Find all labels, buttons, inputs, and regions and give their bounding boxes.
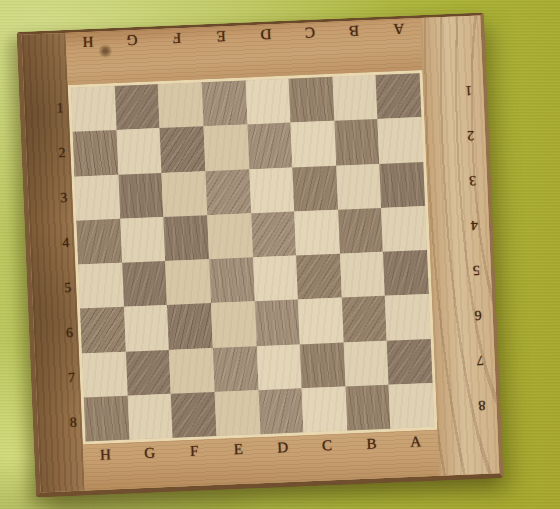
square-b5[interactable] [340,252,385,298]
file-label-bottom-f: F [171,439,217,487]
chessboard: 12345678 HGFEDCBA HGFEDCBA 12345678 [16,12,503,497]
square-e1[interactable] [202,80,247,126]
square-b2[interactable] [334,119,379,165]
square-b7[interactable] [343,340,388,386]
square-f7[interactable] [169,348,214,394]
square-c1[interactable] [289,77,334,123]
rank-label-left-3: 3 [28,175,74,222]
photo-scene: 12345678 HGFEDCBA HGFEDCBA 12345678 [0,0,560,509]
rank-label-right-2: 2 [424,112,486,159]
square-f5[interactable] [165,259,210,305]
square-b4[interactable] [338,208,383,254]
square-f1[interactable] [158,82,203,128]
square-f2[interactable] [160,127,205,173]
rank-label-left-1: 1 [24,85,70,132]
square-h1[interactable] [71,86,116,132]
rank-label-left-5: 5 [31,265,77,312]
rank-label-right-6: 6 [432,292,494,339]
square-g3[interactable] [118,173,163,219]
square-h6[interactable] [80,307,125,353]
board-layout: 12345678 HGFEDCBA HGFEDCBA 12345678 [22,16,500,493]
square-e8[interactable] [215,390,260,436]
rank-label-right-8: 8 [436,382,498,429]
square-d3[interactable] [249,167,294,213]
square-e2[interactable] [203,125,248,171]
square-g6[interactable] [124,305,169,351]
file-label-bottom-g: G [127,441,173,489]
rank-label-right-5: 5 [430,247,492,294]
square-h8[interactable] [84,395,129,441]
file-label-bottom-b: B [349,432,395,480]
file-label-top-c: C [287,22,334,76]
square-a4[interactable] [381,206,426,252]
square-d4[interactable] [251,211,296,257]
square-h7[interactable] [82,351,127,397]
square-b3[interactable] [336,163,381,209]
square-e3[interactable] [205,169,250,215]
square-e7[interactable] [213,346,258,392]
square-h3[interactable] [75,174,120,220]
square-a5[interactable] [383,250,428,296]
square-f4[interactable] [164,215,209,261]
file-label-top-b: B [332,20,379,74]
file-label-bottom-c: C [304,433,350,481]
rank-label-left-8: 8 [37,400,83,447]
file-label-top-h: H [66,31,113,85]
square-a3[interactable] [380,162,425,208]
file-label-top-a: A [376,18,423,72]
square-f3[interactable] [162,171,207,217]
square-d8[interactable] [258,388,303,434]
square-g7[interactable] [126,349,171,395]
square-e6[interactable] [211,302,256,348]
square-d2[interactable] [247,123,292,169]
file-label-top-d: D [243,24,290,78]
square-g4[interactable] [120,217,165,263]
rank-label-left-7: 7 [35,355,81,402]
square-c8[interactable] [302,386,347,432]
squares-grid [71,73,435,441]
square-e5[interactable] [209,257,254,303]
square-d7[interactable] [256,344,301,390]
file-label-bottom-h: H [83,443,129,491]
square-g5[interactable] [122,261,167,307]
square-e4[interactable] [207,213,252,259]
square-g8[interactable] [127,394,172,440]
square-a8[interactable] [389,383,434,429]
square-a1[interactable] [376,73,421,119]
rank-label-left-6: 6 [33,310,79,357]
square-h5[interactable] [78,263,123,309]
square-g2[interactable] [116,128,161,174]
square-g1[interactable] [114,84,159,130]
rank-label-right-1: 1 [422,68,484,115]
rank-label-left-2: 2 [26,130,72,177]
file-label-bottom-d: D [260,435,306,483]
file-label-top-e: E [199,26,246,80]
square-c4[interactable] [294,209,339,255]
square-d1[interactable] [245,79,290,125]
square-c7[interactable] [300,342,345,388]
square-h2[interactable] [73,130,118,176]
file-label-top-g: G [110,29,157,83]
square-d6[interactable] [254,300,299,346]
rank-label-right-3: 3 [426,157,488,204]
square-d5[interactable] [253,255,298,301]
square-c5[interactable] [296,254,341,300]
square-c2[interactable] [291,121,336,167]
file-label-bottom-e: E [216,437,262,485]
square-a6[interactable] [385,294,430,340]
playing-field [68,70,438,445]
square-c3[interactable] [292,165,337,211]
file-label-top-f: F [154,27,201,81]
square-a2[interactable] [378,117,423,163]
rank-label-right-4: 4 [428,202,490,249]
square-f6[interactable] [167,303,212,349]
rank-label-left-4: 4 [29,220,75,267]
square-h4[interactable] [76,219,121,265]
square-f8[interactable] [171,392,216,438]
file-label-bottom-a: A [393,430,439,478]
square-b6[interactable] [342,296,387,342]
square-b8[interactable] [345,384,390,430]
square-c6[interactable] [298,298,343,344]
rank-label-right-7: 7 [434,337,496,384]
square-a7[interactable] [387,338,432,384]
square-b1[interactable] [332,75,377,121]
